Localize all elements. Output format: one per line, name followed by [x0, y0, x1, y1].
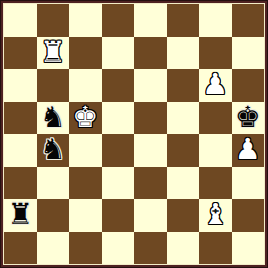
piece-black-knight[interactable]: ♞	[40, 134, 66, 166]
square-a3[interactable]	[4, 167, 37, 200]
square-a5[interactable]	[4, 102, 37, 135]
square-e6[interactable]	[134, 69, 167, 102]
chess-board: ♜♟♞♚♚♞♟♜♝	[4, 4, 264, 264]
square-g6[interactable]: ♟	[199, 69, 232, 102]
square-g3[interactable]	[199, 167, 232, 200]
square-c5[interactable]: ♚	[69, 102, 102, 135]
square-d6[interactable]	[102, 69, 135, 102]
board-inner-border: ♜♟♞♚♚♞♟♜♝	[3, 3, 265, 265]
piece-black-knight[interactable]: ♞	[40, 102, 66, 134]
square-h1[interactable]	[232, 232, 265, 265]
square-h5[interactable]: ♚	[232, 102, 265, 135]
square-e1[interactable]	[134, 232, 167, 265]
square-g5[interactable]	[199, 102, 232, 135]
square-b6[interactable]	[37, 69, 70, 102]
square-b5[interactable]: ♞	[37, 102, 70, 135]
square-f6[interactable]	[167, 69, 200, 102]
square-b3[interactable]	[37, 167, 70, 200]
piece-white-pawn[interactable]: ♟	[235, 134, 261, 166]
square-g1[interactable]	[199, 232, 232, 265]
square-b1[interactable]	[37, 232, 70, 265]
piece-white-pawn[interactable]: ♟	[202, 69, 228, 101]
square-c6[interactable]	[69, 69, 102, 102]
square-g2[interactable]: ♝	[199, 199, 232, 232]
square-f2[interactable]	[167, 199, 200, 232]
square-d2[interactable]	[102, 199, 135, 232]
square-e5[interactable]	[134, 102, 167, 135]
square-c8[interactable]	[69, 4, 102, 37]
piece-white-rook[interactable]: ♜	[40, 37, 66, 69]
square-d7[interactable]	[102, 37, 135, 70]
square-a1[interactable]	[4, 232, 37, 265]
square-b2[interactable]	[37, 199, 70, 232]
square-b7[interactable]: ♜	[37, 37, 70, 70]
square-b4[interactable]: ♞	[37, 134, 70, 167]
square-d8[interactable]	[102, 4, 135, 37]
square-g8[interactable]	[199, 4, 232, 37]
square-e2[interactable]	[134, 199, 167, 232]
square-c4[interactable]	[69, 134, 102, 167]
square-d4[interactable]	[102, 134, 135, 167]
square-f5[interactable]	[167, 102, 200, 135]
square-f3[interactable]	[167, 167, 200, 200]
square-a4[interactable]	[4, 134, 37, 167]
square-c7[interactable]	[69, 37, 102, 70]
square-a7[interactable]	[4, 37, 37, 70]
square-e3[interactable]	[134, 167, 167, 200]
square-d5[interactable]	[102, 102, 135, 135]
piece-white-king[interactable]: ♚	[72, 102, 98, 134]
square-h4[interactable]: ♟	[232, 134, 265, 167]
square-a8[interactable]	[4, 4, 37, 37]
square-e8[interactable]	[134, 4, 167, 37]
square-a6[interactable]	[4, 69, 37, 102]
square-e4[interactable]	[134, 134, 167, 167]
square-f8[interactable]	[167, 4, 200, 37]
square-c1[interactable]	[69, 232, 102, 265]
square-h7[interactable]	[232, 37, 265, 70]
piece-white-bishop[interactable]: ♝	[202, 199, 228, 231]
square-d3[interactable]	[102, 167, 135, 200]
square-e7[interactable]	[134, 37, 167, 70]
square-g4[interactable]	[199, 134, 232, 167]
piece-black-king[interactable]: ♚	[235, 102, 261, 134]
piece-black-rook[interactable]: ♜	[7, 199, 33, 231]
square-h8[interactable]	[232, 4, 265, 37]
square-d1[interactable]	[102, 232, 135, 265]
square-f1[interactable]	[167, 232, 200, 265]
square-h6[interactable]	[232, 69, 265, 102]
square-b8[interactable]	[37, 4, 70, 37]
board-frame: ♜♟♞♚♚♞♟♜♝	[0, 0, 268, 268]
square-h3[interactable]	[232, 167, 265, 200]
square-f7[interactable]	[167, 37, 200, 70]
square-f4[interactable]	[167, 134, 200, 167]
square-g7[interactable]	[199, 37, 232, 70]
square-a2[interactable]: ♜	[4, 199, 37, 232]
square-h2[interactable]	[232, 199, 265, 232]
square-c2[interactable]	[69, 199, 102, 232]
square-c3[interactable]	[69, 167, 102, 200]
